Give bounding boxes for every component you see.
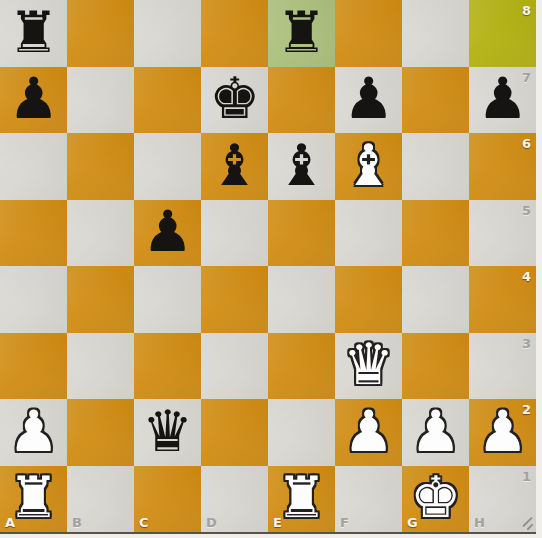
square-d4[interactable]: [201, 266, 268, 333]
square-c6[interactable]: [134, 133, 201, 200]
square-g6[interactable]: [402, 133, 469, 200]
square-h8[interactable]: 8: [469, 0, 536, 67]
square-g2[interactable]: ♟: [402, 399, 469, 466]
rank-label-7: 7: [522, 71, 531, 84]
file-label-h: H: [474, 516, 485, 529]
rank-label-3: 3: [522, 337, 531, 350]
piece-white-pawn[interactable]: ♟: [410, 403, 461, 460]
square-e3[interactable]: [268, 333, 335, 400]
file-label-e: E: [273, 516, 282, 529]
square-e2[interactable]: [268, 399, 335, 466]
square-b6[interactable]: [67, 133, 134, 200]
square-f3[interactable]: ♛: [335, 333, 402, 400]
piece-black-rook[interactable]: ♜: [8, 4, 59, 61]
square-f5[interactable]: [335, 200, 402, 267]
square-c8[interactable]: [134, 0, 201, 67]
piece-black-pawn[interactable]: ♟: [8, 70, 59, 127]
page-background: ♜♜8♟♚♟♟7♝♝♝6♟54♛3♟♛♟♟♟2♜ABCD♜EF♚G1H: [0, 0, 542, 538]
square-b5[interactable]: [67, 200, 134, 267]
piece-white-rook[interactable]: ♜: [276, 469, 327, 526]
square-f7[interactable]: ♟: [335, 67, 402, 134]
square-b1[interactable]: B: [67, 466, 134, 533]
square-a7[interactable]: ♟: [0, 67, 67, 134]
square-a3[interactable]: [0, 333, 67, 400]
square-e5[interactable]: [268, 200, 335, 267]
square-e8[interactable]: ♜: [268, 0, 335, 67]
rank-label-1: 1: [522, 470, 531, 483]
square-h4[interactable]: 4: [469, 266, 536, 333]
square-a6[interactable]: [0, 133, 67, 200]
square-f6[interactable]: ♝: [335, 133, 402, 200]
square-c4[interactable]: [134, 266, 201, 333]
square-b2[interactable]: [67, 399, 134, 466]
square-b4[interactable]: [67, 266, 134, 333]
file-label-b: B: [72, 516, 82, 529]
square-d3[interactable]: [201, 333, 268, 400]
square-e6[interactable]: ♝: [268, 133, 335, 200]
resize-handle-line: [526, 523, 533, 530]
file-label-c: C: [139, 516, 149, 529]
square-g1[interactable]: ♚G: [402, 466, 469, 533]
chess-board: ♜♜8♟♚♟♟7♝♝♝6♟54♛3♟♛♟♟♟2♜ABCD♜EF♚G1H: [0, 0, 536, 532]
square-e1[interactable]: ♜E: [268, 466, 335, 533]
piece-black-pawn[interactable]: ♟: [142, 203, 193, 260]
square-e7[interactable]: [268, 67, 335, 134]
square-g8[interactable]: [402, 0, 469, 67]
rank-label-8: 8: [522, 4, 531, 17]
piece-black-pawn[interactable]: ♟: [477, 70, 528, 127]
piece-black-queen[interactable]: ♛: [142, 403, 193, 460]
piece-black-pawn[interactable]: ♟: [343, 70, 394, 127]
square-g7[interactable]: [402, 67, 469, 134]
piece-white-pawn[interactable]: ♟: [477, 403, 528, 460]
piece-white-rook[interactable]: ♜: [8, 469, 59, 526]
square-c7[interactable]: [134, 67, 201, 134]
square-c1[interactable]: C: [134, 466, 201, 533]
square-h5[interactable]: 5: [469, 200, 536, 267]
file-label-g: G: [407, 516, 418, 529]
piece-white-pawn[interactable]: ♟: [343, 403, 394, 460]
file-label-d: D: [206, 516, 217, 529]
square-c2[interactable]: ♛: [134, 399, 201, 466]
file-label-f: F: [340, 516, 349, 529]
square-h3[interactable]: 3: [469, 333, 536, 400]
piece-black-bishop[interactable]: ♝: [276, 137, 327, 194]
square-g3[interactable]: [402, 333, 469, 400]
square-h6[interactable]: 6: [469, 133, 536, 200]
board-resize-handle[interactable]: [519, 515, 534, 530]
square-d6[interactable]: ♝: [201, 133, 268, 200]
rank-label-5: 5: [522, 204, 531, 217]
rank-label-4: 4: [522, 270, 531, 283]
square-d2[interactable]: [201, 399, 268, 466]
piece-black-rook[interactable]: ♜: [276, 4, 327, 61]
piece-black-king[interactable]: ♚: [209, 70, 260, 127]
piece-white-bishop[interactable]: ♝: [343, 137, 394, 194]
square-h7[interactable]: ♟7: [469, 67, 536, 134]
square-f1[interactable]: F: [335, 466, 402, 533]
square-c3[interactable]: [134, 333, 201, 400]
square-d7[interactable]: ♚: [201, 67, 268, 134]
file-label-a: A: [5, 516, 15, 529]
square-c5[interactable]: ♟: [134, 200, 201, 267]
square-g5[interactable]: [402, 200, 469, 267]
square-d5[interactable]: [201, 200, 268, 267]
square-h1[interactable]: 1H: [469, 466, 536, 533]
square-b8[interactable]: [67, 0, 134, 67]
square-f8[interactable]: [335, 0, 402, 67]
piece-black-bishop[interactable]: ♝: [209, 137, 260, 194]
square-h2[interactable]: ♟2: [469, 399, 536, 466]
square-a4[interactable]: [0, 266, 67, 333]
square-f4[interactable]: [335, 266, 402, 333]
square-b3[interactable]: [67, 333, 134, 400]
piece-white-queen[interactable]: ♛: [343, 336, 394, 393]
square-f2[interactable]: ♟: [335, 399, 402, 466]
square-a1[interactable]: ♜A: [0, 466, 67, 533]
square-b7[interactable]: [67, 67, 134, 134]
square-d1[interactable]: D: [201, 466, 268, 533]
square-a8[interactable]: ♜: [0, 0, 67, 67]
square-e4[interactable]: [268, 266, 335, 333]
square-d8[interactable]: [201, 0, 268, 67]
square-g4[interactable]: [402, 266, 469, 333]
rank-label-2: 2: [522, 403, 531, 416]
piece-white-pawn[interactable]: ♟: [8, 403, 59, 460]
square-a2[interactable]: ♟: [0, 399, 67, 466]
rank-label-6: 6: [522, 137, 531, 150]
square-a5[interactable]: [0, 200, 67, 267]
